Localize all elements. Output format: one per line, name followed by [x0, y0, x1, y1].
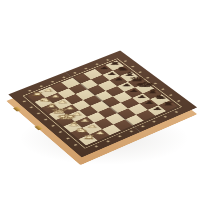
white-pawn-piece[interactable]: ♟ [93, 123, 109, 135]
chess-set-photo: ♜♞♝♛♚♝♞♜♟♟♟♟♟♟♟♟♟♟♟♟♟♟♟♟♜♞♝♛♚♝♞♜ [0, 0, 200, 200]
black-pawn-piece[interactable]: ♟ [150, 99, 164, 110]
white-knight-piece[interactable]: ♞ [73, 121, 89, 133]
white-rook-piece[interactable]: ♜ [81, 128, 97, 140]
white-pawn-piece[interactable]: ♟ [85, 116, 101, 128]
square-g3[interactable] [94, 118, 113, 129]
square-g2[interactable]: ♟ [83, 123, 102, 134]
square-f5[interactable] [110, 102, 129, 113]
